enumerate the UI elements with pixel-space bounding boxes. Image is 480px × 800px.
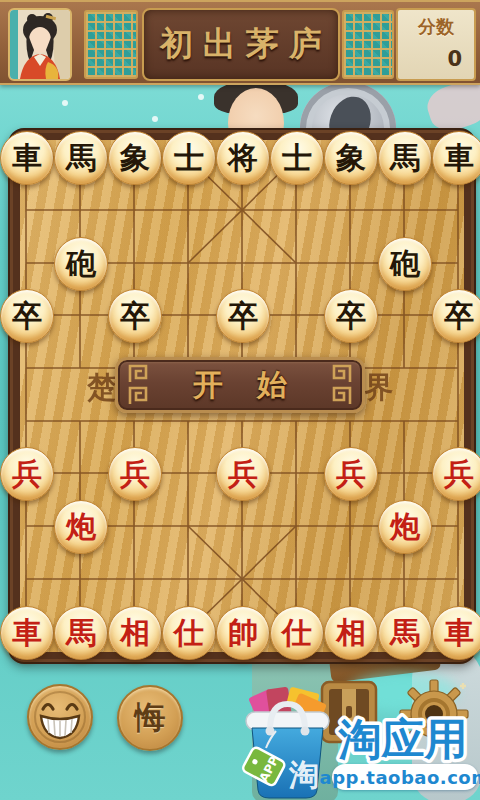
ad-url-text: app.taobao.com [320,767,480,788]
piece-red-r6c4[interactable]: 兵 [216,447,270,501]
piece-black-r0c4[interactable]: 将 [216,131,270,185]
river-text-chu: 楚 [88,368,117,408]
taobao-app-ad[interactable]: 淘 APP 淘应用 app.taobao.com [240,686,480,800]
avatar-illustration [10,10,70,79]
start-button-label: 开始 [150,365,330,406]
piece-black-r0c7[interactable]: 馬 [378,131,432,185]
piece-red-r7c7[interactable]: 炮 [378,500,432,554]
piece-red-r7c1[interactable]: 炮 [54,500,108,554]
piece-black-r3c6[interactable]: 卒 [324,289,378,343]
piece-black-r0c3[interactable]: 士 [162,131,216,185]
lattice-panel-left [84,10,138,79]
background-sparkle [198,94,204,100]
piece-red-r6c2[interactable]: 兵 [108,447,162,501]
top-bar: 初出茅庐 分数 0 [0,0,480,85]
level-plaque: 初出茅庐 [142,8,340,81]
piece-black-r0c6[interactable]: 象 [324,131,378,185]
meander-ornament-left [126,363,150,407]
piece-black-r3c4[interactable]: 卒 [216,289,270,343]
level-title: 初出茅庐 [150,22,332,67]
lattice-panel-right [342,10,394,79]
ad-app-name: 淘应用 [328,712,478,766]
piece-red-r9c6[interactable]: 相 [324,606,378,660]
piece-black-r0c1[interactable]: 馬 [54,131,108,185]
piece-black-r0c8[interactable]: 車 [432,131,480,185]
background-sparkle [152,116,158,122]
piece-red-r9c4[interactable]: 帥 [216,606,270,660]
background-sparkle [62,100,68,106]
river-text-jie: 界 [365,368,394,408]
piece-red-r6c8[interactable]: 兵 [432,447,480,501]
piece-black-r2c1[interactable]: 砲 [54,237,108,291]
app-screen: 初出茅庐 分数 0 [0,0,480,800]
bag-tao-character: 淘 [288,757,319,792]
piece-black-r0c0[interactable]: 車 [0,131,54,185]
score-value: 0 [398,47,474,71]
score-panel: 分数 0 [396,8,476,81]
player-avatar[interactable] [8,8,72,81]
score-label: 分数 [398,15,474,39]
piece-red-r9c0[interactable]: 車 [0,606,54,660]
undo-button[interactable]: 悔 [117,685,183,751]
piece-red-r9c2[interactable]: 相 [108,606,162,660]
piece-red-r9c5[interactable]: 仕 [270,606,324,660]
piece-black-r3c8[interactable]: 卒 [432,289,480,343]
smiley-grin-icon [32,689,88,745]
piece-red-r9c3[interactable]: 仕 [162,606,216,660]
piece-black-r2c7[interactable]: 砲 [378,237,432,291]
piece-red-r9c1[interactable]: 馬 [54,606,108,660]
meander-ornament-right [330,363,354,407]
handicap-button[interactable] [27,684,93,750]
piece-black-r3c0[interactable]: 卒 [0,289,54,343]
piece-red-r6c0[interactable]: 兵 [0,447,54,501]
piece-black-r3c2[interactable]: 卒 [108,289,162,343]
piece-black-r0c5[interactable]: 士 [270,131,324,185]
ad-app-name-text: 淘应用 [338,714,468,764]
ad-url-pill: app.taobao.com [332,764,478,790]
start-button[interactable]: 开始 [115,357,365,413]
undo-coin-icon: 悔 [135,697,166,739]
piece-red-r6c6[interactable]: 兵 [324,447,378,501]
piece-black-r0c2[interactable]: 象 [108,131,162,185]
piece-red-r9c8[interactable]: 車 [432,606,480,660]
piece-red-r9c7[interactable]: 馬 [378,606,432,660]
